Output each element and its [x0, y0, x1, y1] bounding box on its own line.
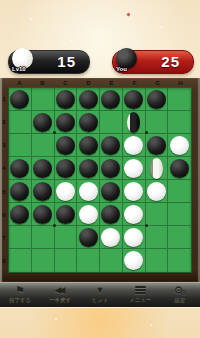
column-label-B: B	[31, 78, 54, 87]
hint-arrow-icon: ▼	[96, 284, 105, 296]
cell-E5[interactable]	[100, 180, 123, 203]
menu-button[interactable]: メニュー	[120, 283, 160, 307]
cell-C7[interactable]	[55, 226, 78, 249]
cell-G7[interactable]	[146, 226, 169, 249]
cell-G8[interactable]	[146, 249, 169, 272]
cell-E8[interactable]	[100, 249, 123, 272]
white-piece	[79, 182, 98, 201]
sparkle-dot	[55, 318, 57, 320]
hint-button[interactable]: ▼ ヒント	[80, 283, 120, 307]
cell-D6[interactable]	[77, 203, 100, 226]
cell-B2[interactable]	[32, 111, 55, 134]
star-point	[145, 224, 148, 227]
cell-G1[interactable]	[146, 88, 169, 111]
white-piece	[124, 228, 143, 247]
player-score-panel: You 25	[112, 50, 194, 74]
cell-G3[interactable]	[146, 134, 169, 157]
black-piece	[56, 159, 75, 178]
row-label-5: 5	[0, 180, 8, 203]
black-piece	[79, 159, 98, 178]
opponent-score-panel: Lv10 15	[8, 50, 90, 74]
black-piece	[10, 205, 29, 224]
black-piece	[124, 90, 143, 109]
cell-B4[interactable]	[32, 157, 55, 180]
settings-button[interactable]: ⚙⚙ 設定	[160, 283, 200, 307]
menu-icon	[135, 284, 146, 296]
cell-F8[interactable]	[123, 249, 146, 272]
cell-A1[interactable]	[9, 88, 32, 111]
board-cells	[8, 87, 192, 273]
white-piece	[56, 182, 75, 201]
black-piece	[56, 113, 75, 132]
white-piece	[124, 136, 143, 155]
opponent-name: Lv10	[12, 66, 26, 72]
column-labels: ABCDEFGH	[8, 78, 192, 87]
cell-D8[interactable]	[77, 249, 100, 272]
black-piece	[56, 205, 75, 224]
row-labels: 12345678	[0, 87, 8, 273]
black-piece	[79, 113, 98, 132]
black-piece	[10, 182, 29, 201]
black-piece	[33, 205, 52, 224]
column-label-E: E	[100, 78, 123, 87]
resign-flag-icon: ⚑	[15, 284, 25, 296]
white-piece	[101, 228, 120, 247]
cell-H4[interactable]	[168, 157, 191, 180]
black-piece	[101, 136, 120, 155]
column-label-A: A	[8, 78, 31, 87]
cell-F1[interactable]	[123, 88, 146, 111]
cell-G2[interactable]	[146, 111, 169, 134]
cell-E6[interactable]	[100, 203, 123, 226]
sparkle-dot	[30, 18, 32, 20]
column-label-G: G	[146, 78, 169, 87]
hint-label: ヒント	[92, 296, 109, 303]
cell-G6[interactable]	[146, 203, 169, 226]
row-label-6: 6	[0, 203, 8, 226]
black-piece	[101, 159, 120, 178]
cell-D2[interactable]	[77, 111, 100, 134]
column-label-F: F	[123, 78, 146, 87]
cell-H8[interactable]	[168, 249, 191, 272]
row-label-1: 1	[0, 87, 8, 110]
black-piece	[147, 136, 166, 155]
black-piece-flipping	[127, 112, 140, 133]
black-piece	[170, 159, 189, 178]
star-point	[53, 224, 56, 227]
cell-C8[interactable]	[55, 249, 78, 272]
black-piece	[56, 136, 75, 155]
row-label-4: 4	[0, 157, 8, 180]
cell-G4[interactable]	[146, 157, 169, 180]
bottom-toolbar: ⚑ 投了する ◀◀ 一手戻す ▼ ヒント メニュー ⚙⚙ 設定	[0, 282, 200, 308]
black-piece	[56, 90, 75, 109]
opponent-score: 15	[57, 53, 76, 70]
white-piece	[147, 182, 166, 201]
settings-label: 設定	[175, 296, 186, 303]
cell-H7[interactable]	[168, 226, 191, 249]
black-piece	[101, 90, 120, 109]
row-label-2: 2	[0, 110, 8, 133]
cell-A5[interactable]	[9, 180, 32, 203]
column-label-D: D	[77, 78, 100, 87]
white-piece	[170, 136, 189, 155]
cell-B6[interactable]	[32, 203, 55, 226]
cell-E3[interactable]	[100, 134, 123, 157]
black-piece	[147, 90, 166, 109]
cell-H2[interactable]	[168, 111, 191, 134]
sparkle-dot	[160, 26, 162, 28]
cell-G5[interactable]	[146, 180, 169, 203]
sparkle-dot	[70, 40, 72, 42]
black-piece	[33, 113, 52, 132]
cell-H5[interactable]	[168, 180, 191, 203]
white-piece-flipping	[150, 158, 163, 179]
black-piece	[79, 90, 98, 109]
undo-label: 一手戻す	[49, 296, 71, 303]
black-piece	[33, 159, 52, 178]
player-score: 25	[161, 53, 180, 70]
cell-D3[interactable]	[77, 134, 100, 157]
black-piece	[10, 159, 29, 178]
star-point	[145, 131, 148, 134]
red-sparkle	[126, 12, 130, 16]
cell-H1[interactable]	[168, 88, 191, 111]
cell-H6[interactable]	[168, 203, 191, 226]
cell-C6[interactable]	[55, 203, 78, 226]
white-piece	[79, 205, 98, 224]
cell-A8[interactable]	[9, 249, 32, 272]
cell-H3[interactable]	[168, 134, 191, 157]
cell-D7[interactable]	[77, 226, 100, 249]
cell-B7[interactable]	[32, 226, 55, 249]
row-label-8: 8	[0, 250, 8, 273]
cell-A3[interactable]	[9, 134, 32, 157]
cell-C1[interactable]	[55, 88, 78, 111]
black-piece	[101, 182, 120, 201]
cell-F6[interactable]	[123, 203, 146, 226]
reversi-app-screen: Lv10 15 You 25 ABCDEFGH 12345678 ⚑ 投了する …	[0, 0, 200, 338]
cell-A7[interactable]	[9, 226, 32, 249]
black-piece	[79, 228, 98, 247]
row-label-7: 7	[0, 227, 8, 250]
black-piece	[33, 182, 52, 201]
white-piece	[124, 182, 143, 201]
undo-rewind-icon: ◀◀	[55, 284, 66, 296]
cell-A6[interactable]	[9, 203, 32, 226]
white-piece	[124, 205, 143, 224]
white-piece	[124, 251, 143, 270]
cell-B3[interactable]	[32, 134, 55, 157]
black-piece	[79, 136, 98, 155]
sparkle-dot	[150, 324, 152, 326]
cell-D5[interactable]	[77, 180, 100, 203]
black-piece	[101, 205, 120, 224]
cell-A2[interactable]	[9, 111, 32, 134]
row-label-3: 3	[0, 134, 8, 157]
cell-D4[interactable]	[77, 157, 100, 180]
cell-B8[interactable]	[32, 249, 55, 272]
cell-B1[interactable]	[32, 88, 55, 111]
cell-C5[interactable]	[55, 180, 78, 203]
cell-E2[interactable]	[100, 111, 123, 134]
cell-E7[interactable]	[100, 226, 123, 249]
column-label-H: H	[169, 78, 192, 87]
cell-A4[interactable]	[9, 157, 32, 180]
cell-F2[interactable]	[123, 111, 146, 134]
column-label-C: C	[54, 78, 77, 87]
cell-E4[interactable]	[100, 157, 123, 180]
cell-C4[interactable]	[55, 157, 78, 180]
resign-button[interactable]: ⚑ 投了する	[0, 283, 40, 307]
white-piece	[124, 159, 143, 178]
cell-F3[interactable]	[123, 134, 146, 157]
cell-D1[interactable]	[77, 88, 100, 111]
cell-F5[interactable]	[123, 180, 146, 203]
cell-E1[interactable]	[100, 88, 123, 111]
undo-button[interactable]: ◀◀ 一手戻す	[40, 283, 80, 307]
cell-C3[interactable]	[55, 134, 78, 157]
cell-C2[interactable]	[55, 111, 78, 134]
reversi-board: ABCDEFGH 12345678	[0, 78, 200, 282]
cell-F7[interactable]	[123, 226, 146, 249]
menu-label: メニュー	[129, 296, 151, 303]
player-name: You	[116, 66, 127, 72]
settings-gear-icon: ⚙⚙	[173, 284, 186, 296]
resign-label: 投了する	[9, 296, 31, 303]
cell-B5[interactable]	[32, 180, 55, 203]
star-point	[53, 131, 56, 134]
black-piece	[10, 90, 29, 109]
cell-F4[interactable]	[123, 157, 146, 180]
